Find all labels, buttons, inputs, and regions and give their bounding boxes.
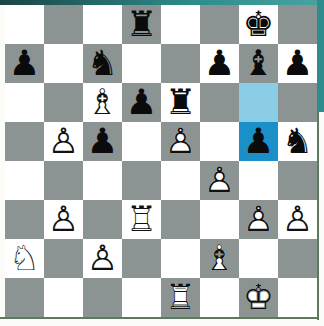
black-pawn-c5: ♟: [83, 122, 122, 161]
white-pawn-b3: ♟♙: [44, 200, 83, 239]
square-g7[interactable]: ♝: [239, 44, 278, 83]
white-pawn-c2: ♟♙: [83, 239, 122, 278]
piece-glyph: ♚: [239, 5, 278, 44]
square-e5[interactable]: ♟♙: [161, 122, 200, 161]
square-g2[interactable]: [239, 239, 278, 278]
black-knight-c7: ♞: [83, 44, 122, 83]
square-a5[interactable]: [5, 122, 44, 161]
white-pawn-h3: ♟♙: [278, 200, 317, 239]
piece-glyph: ♞: [278, 122, 317, 161]
piece-outline-layer: ♗: [200, 239, 239, 278]
square-c3[interactable]: [83, 200, 122, 239]
black-bishop-g7: ♝: [239, 44, 278, 83]
square-g6[interactable]: [239, 83, 278, 122]
square-h1[interactable]: [278, 278, 317, 317]
square-e4[interactable]: [161, 161, 200, 200]
board-edge-line-bottom: [0, 317, 319, 319]
piece-glyph: ♟: [5, 44, 44, 83]
square-f3[interactable]: [200, 200, 239, 239]
square-d6[interactable]: ♟: [122, 83, 161, 122]
square-h5[interactable]: ♞: [278, 122, 317, 161]
piece-outline-layer: ♙: [278, 200, 317, 239]
square-d8[interactable]: ♜: [122, 5, 161, 44]
white-bishop-c6: ♝♗: [83, 83, 122, 122]
square-e2[interactable]: [161, 239, 200, 278]
square-d1[interactable]: [122, 278, 161, 317]
white-pawn-f4: ♟♙: [200, 161, 239, 200]
square-c4[interactable]: [83, 161, 122, 200]
piece-outline-layer: ♖: [161, 278, 200, 317]
square-b7[interactable]: [44, 44, 83, 83]
piece-outline-layer: ♔: [239, 278, 278, 317]
square-h8[interactable]: [278, 5, 317, 44]
square-b3[interactable]: ♟♙: [44, 200, 83, 239]
square-h6[interactable]: [278, 83, 317, 122]
square-f6[interactable]: [200, 83, 239, 122]
square-a8[interactable]: [5, 5, 44, 44]
piece-glyph: ♜: [161, 83, 200, 122]
square-g8[interactable]: ♚: [239, 5, 278, 44]
square-e8[interactable]: [161, 5, 200, 44]
square-b5[interactable]: ♟♙: [44, 122, 83, 161]
piece-outline-layer: ♙: [200, 161, 239, 200]
square-c6[interactable]: ♝♗: [83, 83, 122, 122]
square-g1[interactable]: ♚♔: [239, 278, 278, 317]
square-c5[interactable]: ♟: [83, 122, 122, 161]
square-f2[interactable]: ♝♗: [200, 239, 239, 278]
white-rook-d3: ♜♖: [122, 200, 161, 239]
square-f5[interactable]: [200, 122, 239, 161]
square-c7[interactable]: ♞: [83, 44, 122, 83]
square-f8[interactable]: [200, 5, 239, 44]
square-a1[interactable]: [5, 278, 44, 317]
black-pawn-g5: ♟: [239, 122, 278, 161]
black-rook-d8: ♜: [122, 5, 161, 44]
piece-glyph: ♞: [83, 44, 122, 83]
white-pawn-e5: ♟♙: [161, 122, 200, 161]
square-h7[interactable]: ♟: [278, 44, 317, 83]
square-f4[interactable]: ♟♙: [200, 161, 239, 200]
piece-outline-layer: ♗: [83, 83, 122, 122]
white-pawn-g3: ♟♙: [239, 200, 278, 239]
piece-glyph: ♜: [122, 5, 161, 44]
square-d2[interactable]: [122, 239, 161, 278]
piece-outline-layer: ♖: [122, 200, 161, 239]
piece-outline-layer: ♙: [83, 239, 122, 278]
square-g3[interactable]: ♟♙: [239, 200, 278, 239]
piece-outline-layer: ♘: [5, 239, 44, 278]
window-frame-right: [317, 0, 324, 112]
square-h3[interactable]: ♟♙: [278, 200, 317, 239]
square-a4[interactable]: [5, 161, 44, 200]
square-c2[interactable]: ♟♙: [83, 239, 122, 278]
square-d5[interactable]: [122, 122, 161, 161]
square-b8[interactable]: [44, 5, 83, 44]
white-pawn-b5: ♟♙: [44, 122, 83, 161]
white-king-g1: ♚♔: [239, 278, 278, 317]
piece-glyph: ♟: [278, 44, 317, 83]
square-a3[interactable]: [5, 200, 44, 239]
square-h2[interactable]: [278, 239, 317, 278]
square-g5[interactable]: ♟: [239, 122, 278, 161]
square-f7[interactable]: ♟: [200, 44, 239, 83]
square-b1[interactable]: [44, 278, 83, 317]
board-edge-line-right: [317, 112, 319, 320]
square-b2[interactable]: [44, 239, 83, 278]
white-bishop-f2: ♝♗: [200, 239, 239, 278]
piece-outline-layer: ♙: [44, 200, 83, 239]
piece-glyph: ♟: [200, 44, 239, 83]
square-c1[interactable]: [83, 278, 122, 317]
square-a7[interactable]: ♟: [5, 44, 44, 83]
square-a2[interactable]: ♞♘: [5, 239, 44, 278]
black-pawn-d6: ♟: [122, 83, 161, 122]
square-d4[interactable]: [122, 161, 161, 200]
piece-glyph: ♟: [122, 83, 161, 122]
chess-app-window: ♜♚♟♞♟♝♟♝♗♟♜♟♙♟♟♙♟♞♟♙♟♙♜♖♟♙♟♙♞♘♟♙♝♗♜♖♚♔: [0, 0, 324, 326]
black-pawn-a7: ♟: [5, 44, 44, 83]
piece-glyph: ♝: [239, 44, 278, 83]
black-king-g8: ♚: [239, 5, 278, 44]
square-a6[interactable]: [5, 83, 44, 122]
square-d3[interactable]: ♜♖: [122, 200, 161, 239]
piece-glyph: ♟: [83, 122, 122, 161]
square-b6[interactable]: [44, 83, 83, 122]
square-f1[interactable]: [200, 278, 239, 317]
black-pawn-h7: ♟: [278, 44, 317, 83]
square-b4[interactable]: [44, 161, 83, 200]
piece-outline-layer: ♙: [239, 200, 278, 239]
black-knight-h5: ♞: [278, 122, 317, 161]
square-d7[interactable]: [122, 44, 161, 83]
square-e7[interactable]: [161, 44, 200, 83]
square-h4[interactable]: [278, 161, 317, 200]
square-e6[interactable]: ♜: [161, 83, 200, 122]
black-pawn-f7: ♟: [200, 44, 239, 83]
square-g4[interactable]: [239, 161, 278, 200]
white-knight-a2: ♞♘: [5, 239, 44, 278]
black-rook-e6: ♜: [161, 83, 200, 122]
piece-outline-layer: ♙: [161, 122, 200, 161]
white-rook-e1: ♜♖: [161, 278, 200, 317]
square-c8[interactable]: [83, 5, 122, 44]
piece-outline-layer: ♙: [44, 122, 83, 161]
square-e3[interactable]: [161, 200, 200, 239]
square-e1[interactable]: ♜♖: [161, 278, 200, 317]
chess-board: ♜♚♟♞♟♝♟♝♗♟♜♟♙♟♟♙♟♞♟♙♟♙♜♖♟♙♟♙♞♘♟♙♝♗♜♖♚♔: [5, 5, 317, 317]
piece-glyph: ♟: [239, 122, 278, 161]
